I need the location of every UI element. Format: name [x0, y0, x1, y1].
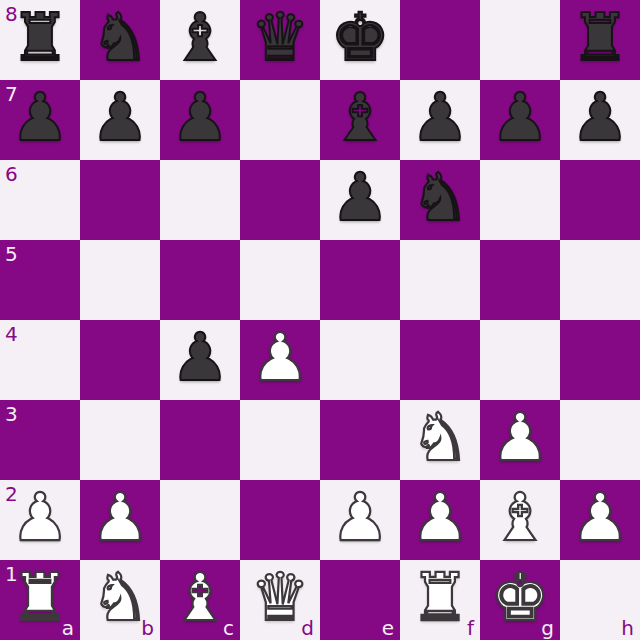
square-b3[interactable] [80, 400, 160, 480]
square-f2[interactable]: ♟ [400, 480, 480, 560]
piece-black-king[interactable]: ♚ [330, 0, 389, 78]
square-a2[interactable]: 2♟ [0, 480, 80, 560]
square-b7[interactable]: ♟ [80, 80, 160, 160]
square-g5[interactable] [480, 240, 560, 320]
square-f8[interactable] [400, 0, 480, 80]
square-c4[interactable]: ♟ [160, 320, 240, 400]
piece-white-pawn[interactable]: ♟ [90, 478, 149, 558]
piece-white-pawn[interactable]: ♟ [10, 478, 69, 558]
piece-black-pawn[interactable]: ♟ [170, 78, 229, 158]
square-f4[interactable] [400, 320, 480, 400]
piece-black-pawn[interactable]: ♟ [490, 78, 549, 158]
square-g7[interactable]: ♟ [480, 80, 560, 160]
piece-black-knight[interactable]: ♞ [410, 158, 469, 238]
piece-black-rook[interactable]: ♜ [10, 0, 69, 78]
square-e3[interactable] [320, 400, 400, 480]
square-b1[interactable]: b♞ [80, 560, 160, 640]
square-c8[interactable]: ♝ [160, 0, 240, 80]
square-h3[interactable] [560, 400, 640, 480]
piece-white-pawn[interactable]: ♟ [410, 478, 469, 558]
piece-white-bishop[interactable]: ♝ [170, 558, 229, 638]
square-e7[interactable]: ♝ [320, 80, 400, 160]
square-f6[interactable]: ♞ [400, 160, 480, 240]
piece-black-pawn[interactable]: ♟ [410, 78, 469, 158]
square-a5[interactable]: 5 [0, 240, 80, 320]
square-f7[interactable]: ♟ [400, 80, 480, 160]
square-a1[interactable]: 1a♜ [0, 560, 80, 640]
file-label-h: h [621, 618, 634, 638]
square-h5[interactable] [560, 240, 640, 320]
piece-black-bishop[interactable]: ♝ [170, 0, 229, 78]
square-a6[interactable]: 6 [0, 160, 80, 240]
square-e1[interactable]: e [320, 560, 400, 640]
rank-label-3: 3 [5, 404, 18, 424]
square-a8[interactable]: 8♜ [0, 0, 80, 80]
square-b5[interactable] [80, 240, 160, 320]
square-e4[interactable] [320, 320, 400, 400]
square-b6[interactable] [80, 160, 160, 240]
square-d7[interactable] [240, 80, 320, 160]
square-b2[interactable]: ♟ [80, 480, 160, 560]
square-g1[interactable]: g♚ [480, 560, 560, 640]
piece-white-pawn[interactable]: ♟ [330, 478, 389, 558]
piece-black-pawn[interactable]: ♟ [10, 78, 69, 158]
piece-white-rook[interactable]: ♜ [10, 558, 69, 638]
file-label-e: e [382, 618, 394, 638]
piece-black-bishop[interactable]: ♝ [330, 78, 389, 158]
square-c1[interactable]: c♝ [160, 560, 240, 640]
piece-white-knight[interactable]: ♞ [90, 558, 149, 638]
square-g4[interactable] [480, 320, 560, 400]
square-a4[interactable]: 4 [0, 320, 80, 400]
square-d8[interactable]: ♛ [240, 0, 320, 80]
square-a3[interactable]: 3 [0, 400, 80, 480]
rank-label-6: 6 [5, 164, 18, 184]
rank-label-4: 4 [5, 324, 18, 344]
piece-white-pawn[interactable]: ♟ [570, 478, 629, 558]
square-g2[interactable]: ♝ [480, 480, 560, 560]
piece-white-pawn[interactable]: ♟ [490, 398, 549, 478]
square-b4[interactable] [80, 320, 160, 400]
square-d2[interactable] [240, 480, 320, 560]
square-g6[interactable] [480, 160, 560, 240]
square-e6[interactable]: ♟ [320, 160, 400, 240]
square-c6[interactable] [160, 160, 240, 240]
piece-black-pawn[interactable]: ♟ [170, 318, 229, 398]
square-d6[interactable] [240, 160, 320, 240]
piece-black-queen[interactable]: ♛ [250, 0, 309, 78]
square-g8[interactable] [480, 0, 560, 80]
piece-white-king[interactable]: ♚ [490, 558, 549, 638]
square-d1[interactable]: d♛ [240, 560, 320, 640]
square-f1[interactable]: f♜ [400, 560, 480, 640]
chess-board: 8♜♞♝♛♚♜7♟♟♟♝♟♟♟6♟♞54♟♟3♞♟2♟♟♟♟♝♟1a♜b♞c♝d… [0, 0, 640, 640]
square-h2[interactable]: ♟ [560, 480, 640, 560]
square-f5[interactable] [400, 240, 480, 320]
piece-black-pawn[interactable]: ♟ [330, 158, 389, 238]
piece-black-pawn[interactable]: ♟ [570, 78, 629, 158]
square-d3[interactable] [240, 400, 320, 480]
square-d5[interactable] [240, 240, 320, 320]
square-d4[interactable]: ♟ [240, 320, 320, 400]
piece-white-rook[interactable]: ♜ [410, 558, 469, 638]
piece-white-knight[interactable]: ♞ [410, 398, 469, 478]
square-c7[interactable]: ♟ [160, 80, 240, 160]
piece-black-pawn[interactable]: ♟ [90, 78, 149, 158]
piece-white-pawn[interactable]: ♟ [250, 318, 309, 398]
square-h7[interactable]: ♟ [560, 80, 640, 160]
rank-label-5: 5 [5, 244, 18, 264]
square-c3[interactable] [160, 400, 240, 480]
square-c5[interactable] [160, 240, 240, 320]
square-b8[interactable]: ♞ [80, 0, 160, 80]
square-h6[interactable] [560, 160, 640, 240]
square-h8[interactable]: ♜ [560, 0, 640, 80]
piece-black-knight[interactable]: ♞ [90, 0, 149, 78]
square-e5[interactable] [320, 240, 400, 320]
piece-white-queen[interactable]: ♛ [250, 558, 309, 638]
square-h4[interactable] [560, 320, 640, 400]
piece-white-bishop[interactable]: ♝ [490, 478, 549, 558]
square-c2[interactable] [160, 480, 240, 560]
piece-black-rook[interactable]: ♜ [570, 0, 629, 78]
square-g3[interactable]: ♟ [480, 400, 560, 480]
square-e2[interactable]: ♟ [320, 480, 400, 560]
square-a7[interactable]: 7♟ [0, 80, 80, 160]
square-h1[interactable]: h [560, 560, 640, 640]
square-f3[interactable]: ♞ [400, 400, 480, 480]
square-e8[interactable]: ♚ [320, 0, 400, 80]
